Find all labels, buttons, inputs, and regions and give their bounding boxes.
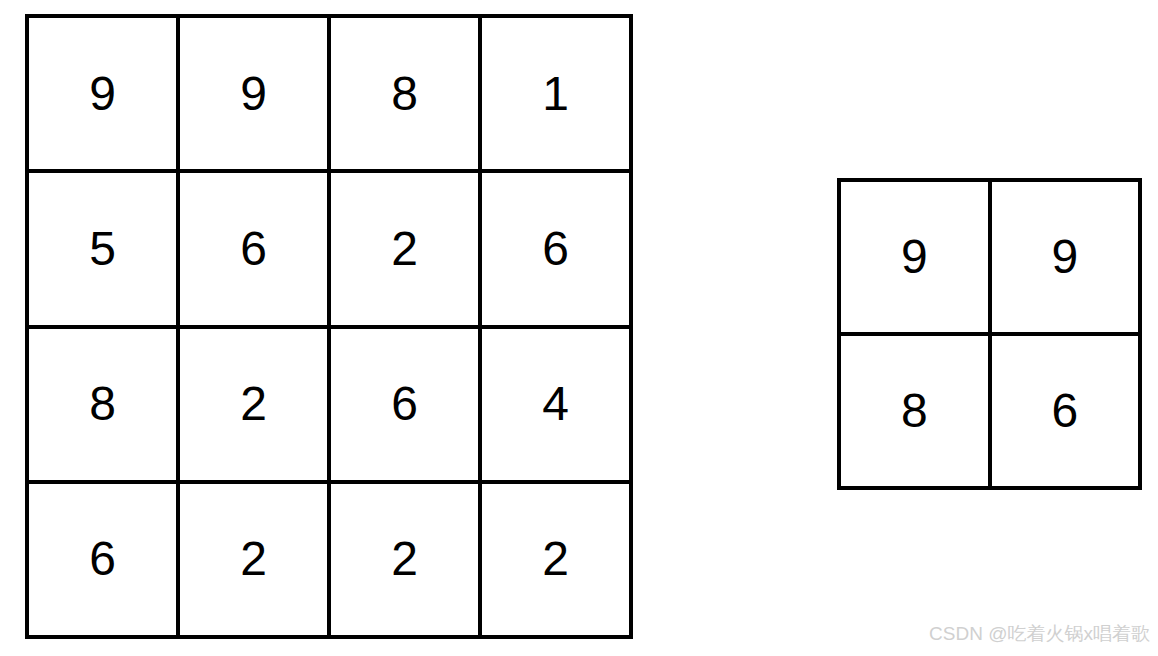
- output-matrix-cell-r1c1: 9: [839, 180, 990, 334]
- input-matrix-cell-r1c2: 9: [178, 16, 329, 171]
- output-matrix-cell-r2c2: 6: [990, 334, 1141, 488]
- input-matrix-cell-r4c2: 2: [178, 482, 329, 637]
- input-matrix-cell-r4c3: 2: [329, 482, 480, 637]
- output-matrix-cell-r1c2: 9: [990, 180, 1141, 334]
- pooling-diagram: 9981562682646222 9986 CSDN @吃着火锅x唱着歌: [0, 0, 1158, 656]
- input-matrix-cell-r2c4: 6: [480, 171, 631, 326]
- input-matrix-cell-r4c1: 6: [27, 482, 178, 637]
- input-matrix-cell-r1c1: 9: [27, 16, 178, 171]
- input-matrix-cell-r1c3: 8: [329, 16, 480, 171]
- input-matrix-cell-r3c1: 8: [27, 327, 178, 482]
- input-matrix-cell-r3c3: 6: [329, 327, 480, 482]
- input-matrix-cell-r3c4: 4: [480, 327, 631, 482]
- input-matrix-cell-r3c2: 2: [178, 327, 329, 482]
- output-matrix-grid: 9986: [837, 178, 1142, 490]
- output-matrix-cell-r2c1: 8: [839, 334, 990, 488]
- watermark: CSDN @吃着火锅x唱着歌: [929, 623, 1150, 646]
- input-matrix-cell-r2c3: 2: [329, 171, 480, 326]
- input-matrix-grid: 9981562682646222: [25, 14, 633, 639]
- input-matrix-cell-r2c2: 6: [178, 171, 329, 326]
- input-matrix-cell-r2c1: 5: [27, 171, 178, 326]
- input-matrix-cell-r1c4: 1: [480, 16, 631, 171]
- input-matrix-cell-r4c4: 2: [480, 482, 631, 637]
